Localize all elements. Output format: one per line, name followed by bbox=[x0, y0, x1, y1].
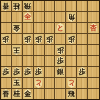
shogi-board: 香桂飛全角金と杏歩歩歩歩歩王歩歩歩歩歩歩銀歩玉とと香桂金飛 bbox=[0, 0, 100, 100]
board-square[interactable] bbox=[66, 45, 77, 56]
board-square[interactable]: 金 bbox=[23, 89, 34, 99]
board-square[interactable]: 香 bbox=[1, 89, 12, 99]
board-square[interactable]: 歩 bbox=[45, 34, 56, 45]
board-square[interactable]: 桂 bbox=[12, 89, 23, 99]
board-square[interactable]: 歩 bbox=[23, 67, 34, 78]
board-square[interactable] bbox=[1, 12, 12, 23]
board-square[interactable]: 全 bbox=[23, 12, 34, 23]
board-square[interactable]: と bbox=[34, 78, 45, 89]
board-square[interactable]: 玉 bbox=[12, 78, 23, 89]
board-square[interactable]: 歩 bbox=[55, 45, 66, 56]
board-square[interactable] bbox=[77, 45, 88, 56]
shogi-piece[interactable]: 歩 bbox=[23, 34, 32, 44]
shogi-piece[interactable]: 香 bbox=[1, 1, 10, 11]
board-square[interactable] bbox=[77, 34, 88, 45]
board-square[interactable] bbox=[45, 56, 56, 67]
board-square[interactable] bbox=[12, 34, 23, 45]
shogi-piece[interactable]: 桂 bbox=[12, 89, 21, 99]
board-square[interactable] bbox=[88, 34, 99, 45]
board-square[interactable] bbox=[55, 89, 66, 99]
board-square[interactable]: 歩 bbox=[77, 67, 88, 78]
board-square[interactable] bbox=[88, 45, 99, 56]
board-square[interactable] bbox=[1, 78, 12, 89]
board-square[interactable] bbox=[34, 89, 45, 99]
board-square[interactable] bbox=[45, 23, 56, 34]
board-square[interactable]: 歩 bbox=[34, 34, 45, 45]
board-square[interactable] bbox=[77, 1, 88, 12]
board-square[interactable] bbox=[1, 45, 12, 56]
shogi-piece[interactable]: 歩 bbox=[34, 67, 43, 77]
board-square[interactable] bbox=[88, 89, 99, 99]
board-square[interactable]: 飛 bbox=[23, 1, 34, 12]
shogi-piece[interactable]: 香 bbox=[1, 89, 10, 99]
board-square[interactable] bbox=[34, 45, 45, 56]
board-square[interactable]: 銀 bbox=[55, 67, 66, 78]
board-square[interactable] bbox=[66, 56, 77, 67]
board-square[interactable] bbox=[66, 23, 77, 34]
board-square[interactable] bbox=[34, 23, 45, 34]
shogi-piece[interactable]: 歩 bbox=[34, 34, 43, 44]
shogi-piece[interactable]: 歩 bbox=[67, 34, 76, 44]
board-square[interactable] bbox=[12, 56, 23, 67]
board-square[interactable] bbox=[55, 12, 66, 23]
board-square[interactable]: 歩 bbox=[55, 56, 66, 67]
board-square[interactable]: 金 bbox=[12, 23, 23, 34]
board-square[interactable] bbox=[1, 23, 12, 34]
shogi-piece[interactable]: 歩 bbox=[1, 67, 10, 77]
board-square[interactable] bbox=[55, 78, 66, 89]
board-square[interactable] bbox=[88, 1, 99, 12]
board-square[interactable] bbox=[34, 1, 45, 12]
board-square[interactable]: 角 bbox=[66, 12, 77, 23]
shogi-piece[interactable]: 歩 bbox=[56, 56, 65, 66]
board-square[interactable] bbox=[77, 78, 88, 89]
board-square[interactable]: と bbox=[55, 23, 66, 34]
board-square[interactable] bbox=[45, 12, 56, 23]
shogi-piece[interactable]: 歩 bbox=[23, 67, 32, 77]
board-square[interactable] bbox=[34, 56, 45, 67]
board-square[interactable] bbox=[77, 23, 88, 34]
shogi-piece[interactable]: 角 bbox=[67, 12, 76, 22]
board-square[interactable] bbox=[34, 12, 45, 23]
board-square[interactable] bbox=[12, 12, 23, 23]
board-square[interactable]: 桂 bbox=[12, 1, 23, 12]
board-square[interactable] bbox=[66, 1, 77, 12]
shogi-piece[interactable]: 歩 bbox=[56, 45, 65, 55]
board-square[interactable] bbox=[45, 89, 56, 99]
board-square[interactable] bbox=[88, 56, 99, 67]
shogi-piece[interactable]: と bbox=[67, 78, 76, 88]
board-square[interactable] bbox=[88, 12, 99, 23]
board-square[interactable] bbox=[66, 67, 77, 78]
board-square[interactable] bbox=[23, 23, 34, 34]
board-square[interactable] bbox=[88, 67, 99, 78]
board-square[interactable]: 飛 bbox=[66, 89, 77, 99]
board-square[interactable] bbox=[77, 12, 88, 23]
board-square[interactable] bbox=[45, 78, 56, 89]
board-square[interactable] bbox=[1, 56, 12, 67]
shogi-piece[interactable]: 飛 bbox=[67, 89, 76, 99]
shogi-piece[interactable]: 歩 bbox=[1, 34, 10, 44]
shogi-piece[interactable]: と bbox=[56, 23, 65, 33]
board-square[interactable]: 歩 bbox=[23, 34, 34, 45]
board-square[interactable]: 歩 bbox=[12, 67, 23, 78]
board-square[interactable] bbox=[77, 89, 88, 99]
board-square[interactable]: 香 bbox=[1, 1, 12, 12]
board-square[interactable]: 王 bbox=[12, 45, 23, 56]
shogi-piece[interactable]: 玉 bbox=[12, 78, 21, 88]
board-square[interactable]: 歩 bbox=[1, 34, 12, 45]
board-square[interactable] bbox=[45, 67, 56, 78]
shogi-piece[interactable]: 杏 bbox=[89, 23, 98, 33]
shogi-piece[interactable]: 金 bbox=[12, 23, 21, 33]
shogi-piece[interactable]: 歩 bbox=[78, 67, 87, 77]
board-square[interactable] bbox=[45, 1, 56, 12]
board-square[interactable] bbox=[45, 45, 56, 56]
board-square[interactable] bbox=[88, 78, 99, 89]
board-square[interactable]: 歩 bbox=[66, 34, 77, 45]
board-square[interactable] bbox=[23, 78, 34, 89]
shogi-piece[interactable]: 王 bbox=[12, 45, 21, 55]
shogi-piece[interactable]: 金 bbox=[23, 89, 32, 99]
shogi-piece[interactable]: と bbox=[34, 78, 43, 88]
board-square[interactable] bbox=[55, 1, 66, 12]
shogi-piece[interactable]: 飛 bbox=[23, 1, 32, 11]
shogi-piece[interactable]: 全 bbox=[23, 12, 32, 22]
board-square[interactable] bbox=[55, 34, 66, 45]
shogi-piece[interactable]: 桂 bbox=[12, 1, 21, 11]
board-square[interactable] bbox=[23, 56, 34, 67]
board-square[interactable] bbox=[23, 45, 34, 56]
shogi-piece[interactable]: 歩 bbox=[12, 67, 21, 77]
board-square[interactable]: 杏 bbox=[88, 23, 99, 34]
board-square[interactable]: と bbox=[66, 78, 77, 89]
board-square[interactable]: 歩 bbox=[1, 67, 12, 78]
board-square[interactable]: 歩 bbox=[34, 67, 45, 78]
board-square[interactable] bbox=[77, 56, 88, 67]
shogi-piece[interactable]: 銀 bbox=[56, 67, 65, 77]
shogi-piece[interactable]: 歩 bbox=[45, 34, 54, 44]
